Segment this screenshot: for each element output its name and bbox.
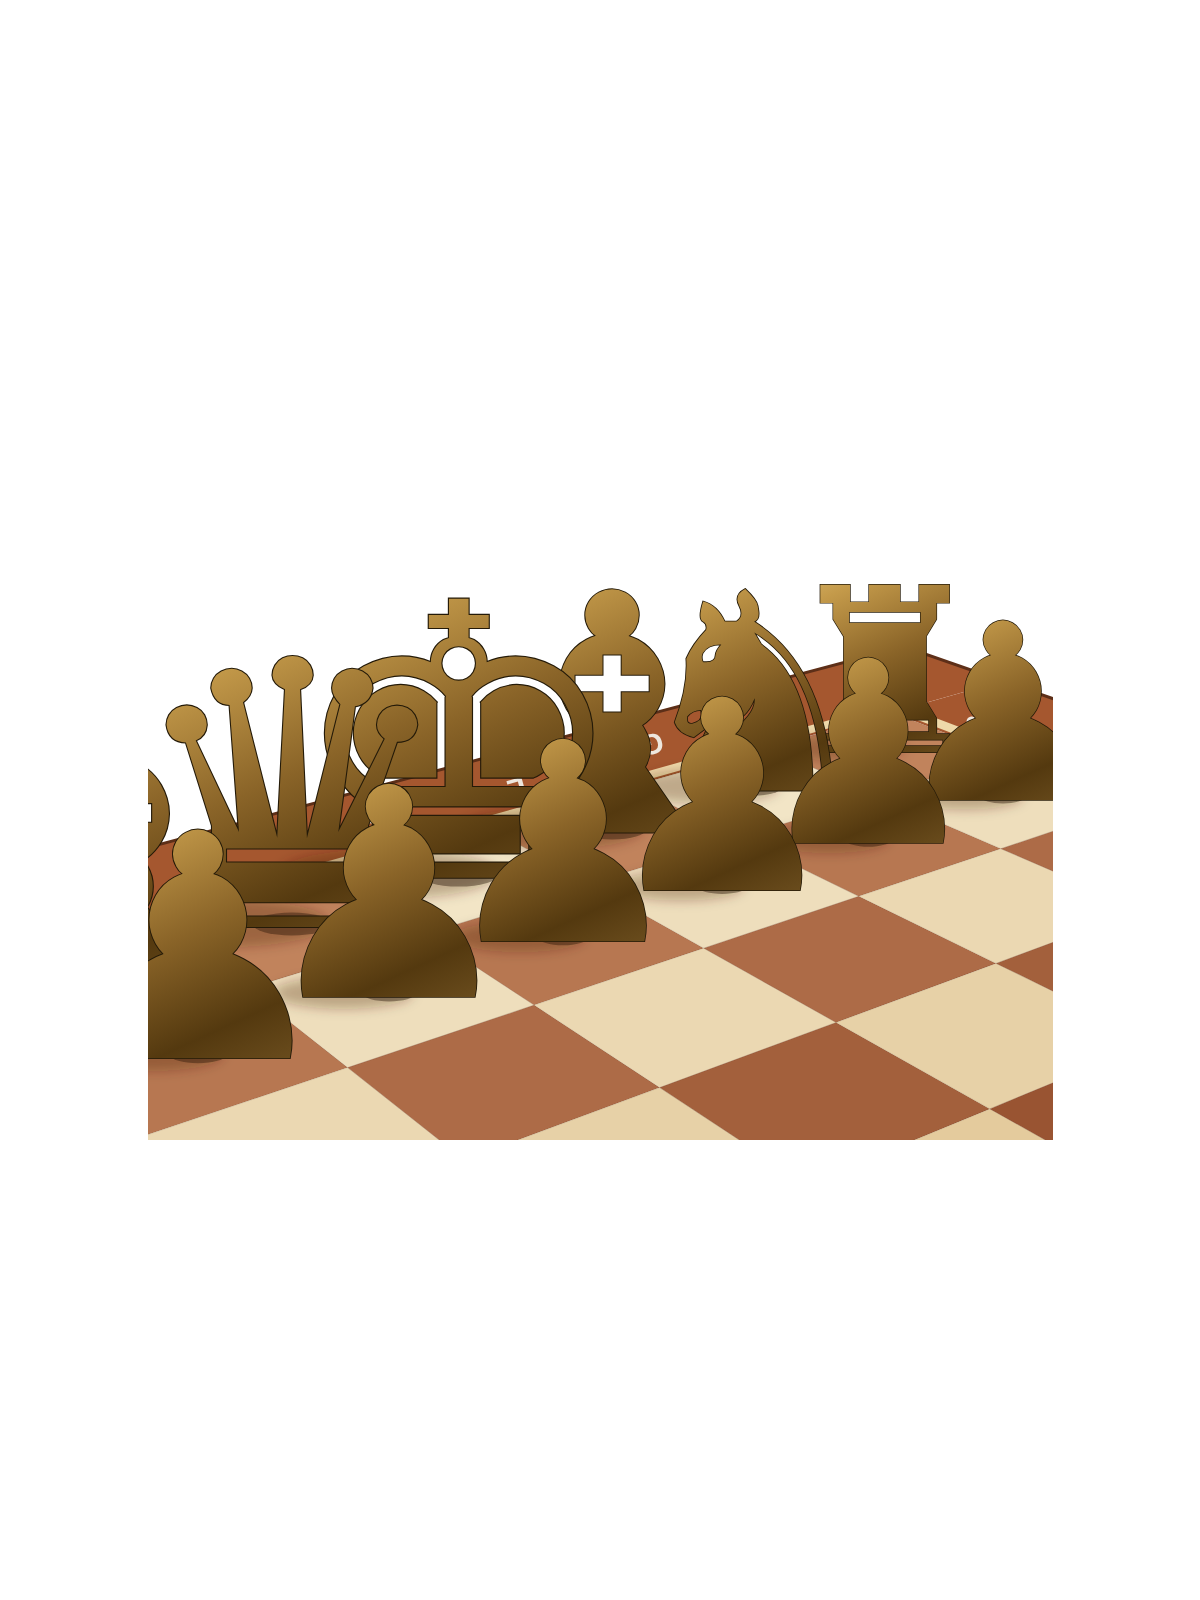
chessboard: DEFG8♜♞♟♝♟♚♟♛♟♝♟♟: [148, 560, 1053, 1140]
chess-set-photo: DEFG8♜♞♟♝♟♚♟♛♟♝♟♟: [148, 560, 1053, 1140]
piece-pawn-c7: ♟: [148, 767, 338, 1132]
